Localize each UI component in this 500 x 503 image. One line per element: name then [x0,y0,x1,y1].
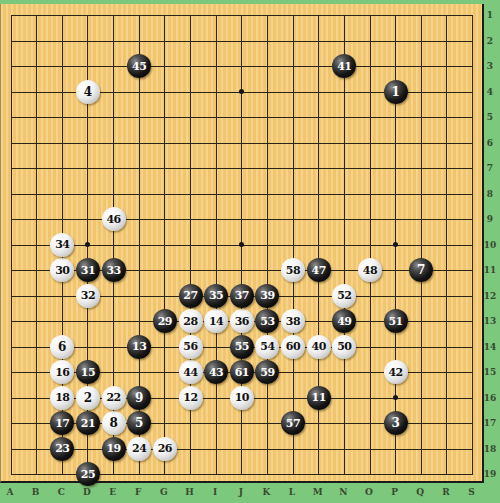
stone-black-49[interactable]: 49 [332,309,356,333]
stone-black-35[interactable]: 35 [204,284,228,308]
move-number: 13 [132,341,146,352]
stone-white-38[interactable]: 38 [281,309,305,333]
stone-black-45[interactable]: 45 [127,54,151,78]
move-number: 26 [158,443,172,454]
stone-white-30[interactable]: 30 [50,258,74,282]
move-number: 58 [286,265,300,276]
stone-white-24[interactable]: 24 [127,437,151,461]
move-number: 29 [158,316,172,327]
stone-black-3[interactable]: 3 [384,411,408,435]
column-label-L: L [289,487,295,497]
stone-black-37[interactable]: 37 [230,284,254,308]
stone-black-5[interactable]: 5 [127,411,151,435]
move-number: 45 [132,61,146,72]
stone-white-60[interactable]: 60 [281,335,305,359]
stone-white-22[interactable]: 22 [102,386,126,410]
move-number: 46 [106,214,120,225]
stone-white-12[interactable]: 12 [179,386,203,410]
stone-white-56[interactable]: 56 [179,335,203,359]
column-label-Q: Q [416,487,424,497]
column-label-N: N [339,487,347,497]
column-label-C: C [58,487,65,497]
move-number: 16 [55,367,69,378]
star-point [239,89,244,94]
row-label-18: 18 [484,444,497,454]
stone-white-14[interactable]: 14 [204,309,228,333]
go-board: 1234567891011121314151617181921222324252… [0,4,484,483]
column-label-A: A [7,487,14,497]
move-number: 2 [84,392,92,404]
move-number: 39 [260,290,274,301]
stone-white-18[interactable]: 18 [50,386,74,410]
move-number: 31 [81,265,95,276]
stone-white-52[interactable]: 52 [332,284,356,308]
stone-white-50[interactable]: 50 [332,335,356,359]
column-label-I: I [213,487,217,497]
move-number: 49 [337,316,351,327]
grid-line-vertical [421,15,422,475]
move-number: 17 [55,418,69,429]
column-label-M: M [313,487,323,497]
go-diagram: 1234567891011121314151617181921222324252… [0,0,500,503]
row-label-9: 9 [487,214,493,224]
row-label-14: 14 [484,342,497,352]
grid-line-horizontal [11,449,474,450]
move-number: 55 [235,341,249,352]
column-label-D: D [83,487,91,497]
stone-black-21[interactable]: 21 [76,411,100,435]
move-number: 37 [235,290,249,301]
move-number: 14 [209,316,223,327]
stone-white-8[interactable]: 8 [102,411,126,435]
move-number: 40 [312,341,326,352]
move-number: 53 [260,316,274,327]
column-label-O: O [365,487,373,497]
move-number: 47 [312,265,326,276]
column-label-K: K [262,487,270,497]
move-number: 22 [106,392,120,403]
stone-white-4[interactable]: 4 [76,80,100,104]
move-number: 8 [109,417,117,429]
stone-black-19[interactable]: 19 [102,437,126,461]
stone-white-46[interactable]: 46 [102,207,126,231]
stone-white-10[interactable]: 10 [230,386,254,410]
stone-black-33[interactable]: 33 [102,258,126,282]
row-label-10: 10 [484,240,497,250]
move-number: 42 [388,367,402,378]
grid-line-vertical [293,15,294,475]
move-number: 59 [260,367,274,378]
column-label-B: B [32,487,40,497]
move-number: 19 [106,443,120,454]
row-label-2: 2 [487,36,493,46]
stone-white-6[interactable]: 6 [50,335,74,359]
move-number: 35 [209,290,223,301]
move-number: 61 [235,367,249,378]
row-label-7: 7 [487,163,493,173]
move-number: 36 [235,316,249,327]
stone-white-26[interactable]: 26 [153,437,177,461]
stone-black-55[interactable]: 55 [230,335,254,359]
stone-black-9[interactable]: 9 [127,386,151,410]
grid-line-vertical [472,15,473,475]
move-number: 7 [417,264,425,276]
row-label-11: 11 [484,265,497,275]
stone-black-13[interactable]: 13 [127,335,151,359]
move-number: 51 [388,316,402,327]
move-number: 48 [363,265,377,276]
move-number: 18 [55,392,69,403]
stone-black-59[interactable]: 59 [255,360,279,384]
move-number: 44 [183,367,197,378]
star-point [393,242,398,247]
stone-black-23[interactable]: 23 [50,437,74,461]
stone-black-41[interactable]: 41 [332,54,356,78]
row-label-1: 1 [487,10,493,20]
row-label-16: 16 [484,393,497,403]
row-label-8: 8 [487,189,493,199]
column-label-E: E [109,487,116,497]
move-number: 34 [55,239,69,250]
move-number: 1 [391,86,399,98]
move-number: 41 [337,61,351,72]
stone-black-25[interactable]: 25 [76,462,100,486]
move-number: 21 [81,418,95,429]
stone-black-43[interactable]: 43 [204,360,228,384]
move-number: 50 [337,341,351,352]
row-label-19: 19 [484,469,497,479]
stone-white-54[interactable]: 54 [255,335,279,359]
column-label-G: G [160,487,168,497]
stone-white-42[interactable]: 42 [384,360,408,384]
stone-black-39[interactable]: 39 [255,284,279,308]
move-number: 57 [286,418,300,429]
move-number: 30 [55,265,69,276]
stone-black-7[interactable]: 7 [409,258,433,282]
grid-line-vertical [446,15,447,475]
move-number: 9 [135,392,143,404]
move-number: 28 [183,316,197,327]
stone-white-58[interactable]: 58 [281,258,305,282]
move-number: 6 [58,341,66,353]
row-label-5: 5 [487,112,493,122]
move-number: 56 [183,341,197,352]
move-number: 5 [135,417,143,429]
stone-black-17[interactable]: 17 [50,411,74,435]
move-number: 23 [55,443,69,454]
row-label-4: 4 [487,87,493,97]
stone-white-40[interactable]: 40 [307,335,331,359]
column-label-J: J [239,487,243,497]
grid-line-vertical [267,15,268,475]
stone-black-31[interactable]: 31 [76,258,100,282]
stone-black-15[interactable]: 15 [76,360,100,384]
move-number: 11 [312,392,326,403]
move-number: 25 [81,469,95,480]
grid-line-vertical [370,15,371,475]
move-number: 4 [84,86,92,98]
row-label-12: 12 [484,291,497,301]
stone-white-32[interactable]: 32 [76,284,100,308]
stone-black-57[interactable]: 57 [281,411,305,435]
column-label-S: S [468,487,475,497]
move-number: 32 [81,290,95,301]
star-point [393,395,398,400]
stone-white-48[interactable]: 48 [358,258,382,282]
row-label-13: 13 [484,316,497,326]
move-number: 27 [183,290,197,301]
column-label-F: F [135,487,141,497]
row-label-17: 17 [484,418,497,428]
stone-black-51[interactable]: 51 [384,309,408,333]
move-number: 60 [286,341,300,352]
stone-black-27[interactable]: 27 [179,284,203,308]
column-label-H: H [185,487,194,497]
row-label-3: 3 [487,61,493,71]
stone-white-34[interactable]: 34 [50,233,74,257]
stone-white-28[interactable]: 28 [179,309,203,333]
column-label-R: R [442,487,449,497]
stone-black-53[interactable]: 53 [255,309,279,333]
star-point [239,242,244,247]
stone-black-11[interactable]: 11 [307,386,331,410]
move-number: 33 [106,265,120,276]
move-number: 52 [337,290,351,301]
row-label-15: 15 [484,367,497,377]
stone-white-44[interactable]: 44 [179,360,203,384]
star-point [85,242,90,247]
move-number: 12 [183,392,197,403]
move-number: 10 [235,392,249,403]
move-number: 43 [209,367,223,378]
move-number: 15 [81,367,95,378]
row-label-6: 6 [487,138,493,148]
move-number: 54 [260,341,274,352]
move-number: 38 [286,316,300,327]
grid-line-vertical [344,15,345,475]
stone-black-1[interactable]: 1 [384,80,408,104]
move-number: 3 [391,417,399,429]
stone-white-36[interactable]: 36 [230,309,254,333]
column-label-P: P [391,487,398,497]
stone-white-2[interactable]: 2 [76,386,100,410]
move-number: 24 [132,443,146,454]
stone-black-29[interactable]: 29 [153,309,177,333]
stone-black-47[interactable]: 47 [307,258,331,282]
stone-black-61[interactable]: 61 [230,360,254,384]
stone-white-16[interactable]: 16 [50,360,74,384]
